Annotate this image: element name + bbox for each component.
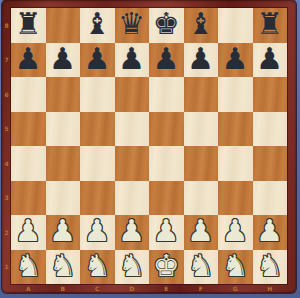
square-b2[interactable]: ♟ bbox=[46, 215, 81, 250]
square-h4[interactable] bbox=[253, 146, 288, 181]
square-f2[interactable]: ♟ bbox=[184, 215, 219, 250]
piece-white-knight[interactable]: ♞ bbox=[118, 251, 145, 281]
square-f3[interactable] bbox=[184, 181, 219, 216]
square-c5[interactable] bbox=[80, 112, 115, 147]
file-label-h: H bbox=[253, 284, 288, 293]
square-d3[interactable] bbox=[115, 181, 150, 216]
file-label-f: F bbox=[184, 284, 219, 293]
square-g2[interactable]: ♟ bbox=[218, 215, 253, 250]
piece-white-pawn[interactable]: ♟ bbox=[84, 216, 111, 246]
square-g5[interactable] bbox=[218, 112, 253, 147]
piece-black-king[interactable]: ♚ bbox=[153, 9, 180, 39]
square-c1[interactable]: ♞ bbox=[80, 250, 115, 285]
square-g3[interactable] bbox=[218, 181, 253, 216]
rank-label-2: 2 bbox=[2, 215, 11, 250]
piece-white-knight[interactable]: ♞ bbox=[15, 251, 42, 281]
square-h7[interactable]: ♟ bbox=[253, 43, 288, 78]
piece-white-knight[interactable]: ♞ bbox=[49, 251, 76, 281]
rank-labels: 87654321 bbox=[2, 8, 11, 284]
square-e7[interactable]: ♟ bbox=[149, 43, 184, 78]
square-b5[interactable] bbox=[46, 112, 81, 147]
piece-white-pawn[interactable]: ♟ bbox=[49, 216, 76, 246]
square-c8[interactable]: ♝ bbox=[80, 8, 115, 43]
square-e8[interactable]: ♚ bbox=[149, 8, 184, 43]
square-c2[interactable]: ♟ bbox=[80, 215, 115, 250]
chess-board: ♜♝♛♚♝♜♟♟♟♟♟♟♟♟♟♟♟♟♟♟♟♟♞♞♞♞♚♞♞♞ bbox=[11, 8, 287, 284]
square-a6[interactable] bbox=[11, 77, 46, 112]
square-e5[interactable] bbox=[149, 112, 184, 147]
square-d5[interactable] bbox=[115, 112, 150, 147]
file-label-b: B bbox=[46, 284, 81, 293]
square-g6[interactable] bbox=[218, 77, 253, 112]
square-b3[interactable] bbox=[46, 181, 81, 216]
square-d1[interactable]: ♞ bbox=[115, 250, 150, 285]
square-f4[interactable] bbox=[184, 146, 219, 181]
piece-white-knight[interactable]: ♞ bbox=[222, 251, 249, 281]
square-e6[interactable] bbox=[149, 77, 184, 112]
piece-white-knight[interactable]: ♞ bbox=[84, 251, 111, 281]
file-label-c: C bbox=[80, 284, 115, 293]
piece-black-bishop[interactable]: ♝ bbox=[187, 9, 214, 39]
rank-label-3: 3 bbox=[2, 181, 11, 216]
piece-black-pawn[interactable]: ♟ bbox=[49, 44, 76, 74]
square-c7[interactable]: ♟ bbox=[80, 43, 115, 78]
piece-black-pawn[interactable]: ♟ bbox=[256, 44, 283, 74]
square-h3[interactable] bbox=[253, 181, 288, 216]
square-f1[interactable]: ♞ bbox=[184, 250, 219, 285]
square-d6[interactable] bbox=[115, 77, 150, 112]
rank-label-4: 4 bbox=[2, 146, 11, 181]
square-a4[interactable] bbox=[11, 146, 46, 181]
square-a2[interactable]: ♟ bbox=[11, 215, 46, 250]
square-f5[interactable] bbox=[184, 112, 219, 147]
piece-white-pawn[interactable]: ♟ bbox=[187, 216, 214, 246]
piece-black-pawn[interactable]: ♟ bbox=[84, 44, 111, 74]
piece-black-pawn[interactable]: ♟ bbox=[153, 44, 180, 74]
rank-label-1: 1 bbox=[2, 250, 11, 285]
square-e1[interactable]: ♚ bbox=[149, 250, 184, 285]
file-label-a: A bbox=[11, 284, 46, 293]
rank-label-5: 5 bbox=[2, 112, 11, 147]
piece-black-pawn[interactable]: ♟ bbox=[222, 44, 249, 74]
square-e4[interactable] bbox=[149, 146, 184, 181]
square-f6[interactable] bbox=[184, 77, 219, 112]
square-e2[interactable]: ♟ bbox=[149, 215, 184, 250]
square-a1[interactable]: ♞ bbox=[11, 250, 46, 285]
square-d2[interactable]: ♟ bbox=[115, 215, 150, 250]
piece-white-pawn[interactable]: ♟ bbox=[118, 216, 145, 246]
piece-white-knight[interactable]: ♞ bbox=[256, 251, 283, 281]
square-h2[interactable]: ♟ bbox=[253, 215, 288, 250]
square-h1[interactable]: ♞ bbox=[253, 250, 288, 285]
piece-white-pawn[interactable]: ♟ bbox=[256, 216, 283, 246]
square-d4[interactable] bbox=[115, 146, 150, 181]
file-label-e: E bbox=[149, 284, 184, 293]
square-g7[interactable]: ♟ bbox=[218, 43, 253, 78]
rank-label-7: 7 bbox=[2, 43, 11, 78]
square-c4[interactable] bbox=[80, 146, 115, 181]
square-b8[interactable] bbox=[46, 8, 81, 43]
square-g4[interactable] bbox=[218, 146, 253, 181]
piece-white-pawn[interactable]: ♟ bbox=[15, 216, 42, 246]
chess-app-window: 87654321 ABCDEFGH ♜♝♛♚♝♜♟♟♟♟♟♟♟♟♟♟♟♟♟♟♟♟… bbox=[0, 0, 300, 298]
piece-black-pawn[interactable]: ♟ bbox=[187, 44, 214, 74]
square-d7[interactable]: ♟ bbox=[115, 43, 150, 78]
square-a5[interactable] bbox=[11, 112, 46, 147]
rank-label-6: 6 bbox=[2, 77, 11, 112]
piece-white-knight[interactable]: ♞ bbox=[187, 251, 214, 281]
square-a3[interactable] bbox=[11, 181, 46, 216]
square-h5[interactable] bbox=[253, 112, 288, 147]
square-e3[interactable] bbox=[149, 181, 184, 216]
square-a8[interactable]: ♜ bbox=[11, 8, 46, 43]
square-g1[interactable]: ♞ bbox=[218, 250, 253, 285]
piece-white-pawn[interactable]: ♟ bbox=[153, 216, 180, 246]
square-b1[interactable]: ♞ bbox=[46, 250, 81, 285]
square-a7[interactable]: ♟ bbox=[11, 43, 46, 78]
file-labels: ABCDEFGH bbox=[11, 284, 287, 293]
square-b4[interactable] bbox=[46, 146, 81, 181]
square-f8[interactable]: ♝ bbox=[184, 8, 219, 43]
rank-label-8: 8 bbox=[2, 8, 11, 43]
square-d8[interactable]: ♛ bbox=[115, 8, 150, 43]
square-h8[interactable]: ♜ bbox=[253, 8, 288, 43]
piece-black-queen[interactable]: ♛ bbox=[118, 9, 145, 39]
square-c3[interactable] bbox=[80, 181, 115, 216]
file-label-g: G bbox=[218, 284, 253, 293]
piece-white-king[interactable]: ♚ bbox=[153, 251, 180, 281]
square-g8[interactable] bbox=[218, 8, 253, 43]
piece-black-pawn[interactable]: ♟ bbox=[15, 44, 42, 74]
square-b7[interactable]: ♟ bbox=[46, 43, 81, 78]
file-label-d: D bbox=[115, 284, 150, 293]
square-c6[interactable] bbox=[80, 77, 115, 112]
square-f7[interactable]: ♟ bbox=[184, 43, 219, 78]
piece-white-pawn[interactable]: ♟ bbox=[222, 216, 249, 246]
piece-black-pawn[interactable]: ♟ bbox=[118, 44, 145, 74]
piece-black-bishop[interactable]: ♝ bbox=[84, 9, 111, 39]
square-h6[interactable] bbox=[253, 77, 288, 112]
piece-black-rook[interactable]: ♜ bbox=[256, 9, 283, 39]
square-b6[interactable] bbox=[46, 77, 81, 112]
piece-black-rook[interactable]: ♜ bbox=[15, 9, 42, 39]
